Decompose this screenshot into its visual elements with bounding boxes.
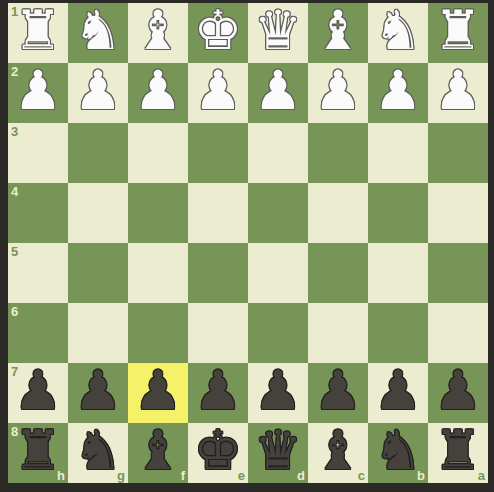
white-rook-h1[interactable]: ♜ [14, 4, 62, 58]
square-h8[interactable]: ♜8h [8, 423, 68, 483]
rank-label-5: 5 [11, 244, 18, 259]
white-pawn-c2[interactable]: ♟ [314, 64, 362, 118]
square-c7[interactable]: ♟ [308, 363, 368, 423]
black-bishop-f8[interactable]: ♝ [134, 424, 182, 478]
square-g3[interactable] [68, 123, 128, 183]
square-d4[interactable] [248, 183, 308, 243]
square-e7[interactable]: ♟ [188, 363, 248, 423]
black-queen-d8[interactable]: ♛ [254, 424, 302, 478]
square-g8[interactable]: ♞g [68, 423, 128, 483]
square-f2[interactable]: ♟ [128, 63, 188, 123]
square-d8[interactable]: ♛d [248, 423, 308, 483]
black-rook-h8[interactable]: ♜ [14, 424, 62, 478]
black-pawn-h7[interactable]: ♟ [14, 364, 62, 418]
square-d2[interactable]: ♟ [248, 63, 308, 123]
square-a7[interactable]: ♟ [428, 363, 488, 423]
square-d6[interactable] [248, 303, 308, 363]
black-knight-g8[interactable]: ♞ [74, 424, 122, 478]
square-a4[interactable] [428, 183, 488, 243]
white-pawn-e2[interactable]: ♟ [194, 64, 242, 118]
square-h1[interactable]: ♜1 [8, 3, 68, 63]
square-g5[interactable] [68, 243, 128, 303]
white-bishop-c1[interactable]: ♝ [314, 4, 362, 58]
black-pawn-g7[interactable]: ♟ [74, 364, 122, 418]
square-f6[interactable] [128, 303, 188, 363]
square-h4[interactable]: 4 [8, 183, 68, 243]
square-b1[interactable]: ♞ [368, 3, 428, 63]
white-rook-a1[interactable]: ♜ [434, 4, 482, 58]
board-frame: ♜1♞♝♚♛♝♞♜♟2♟♟♟♟♟♟♟3456♟7♟♟♟♟♟♟♟♜8h♞g♝f♚e… [0, 0, 494, 492]
square-h3[interactable]: 3 [8, 123, 68, 183]
square-a6[interactable] [428, 303, 488, 363]
square-a5[interactable] [428, 243, 488, 303]
square-b6[interactable] [368, 303, 428, 363]
square-g6[interactable] [68, 303, 128, 363]
square-f3[interactable] [128, 123, 188, 183]
square-f8[interactable]: ♝f [128, 423, 188, 483]
square-h6[interactable]: 6 [8, 303, 68, 363]
white-pawn-h2[interactable]: ♟ [14, 64, 62, 118]
square-c1[interactable]: ♝ [308, 3, 368, 63]
square-f1[interactable]: ♝ [128, 3, 188, 63]
square-c4[interactable] [308, 183, 368, 243]
white-knight-g1[interactable]: ♞ [74, 4, 122, 58]
black-rook-a8[interactable]: ♜ [434, 424, 482, 478]
white-king-e1[interactable]: ♚ [194, 4, 242, 58]
square-g2[interactable]: ♟ [68, 63, 128, 123]
square-e1[interactable]: ♚ [188, 3, 248, 63]
black-bishop-c8[interactable]: ♝ [314, 424, 362, 478]
square-c6[interactable] [308, 303, 368, 363]
square-a8[interactable]: ♜a [428, 423, 488, 483]
square-h5[interactable]: 5 [8, 243, 68, 303]
square-g7[interactable]: ♟ [68, 363, 128, 423]
square-e3[interactable] [188, 123, 248, 183]
black-pawn-e7[interactable]: ♟ [194, 364, 242, 418]
square-c2[interactable]: ♟ [308, 63, 368, 123]
white-pawn-a2[interactable]: ♟ [434, 64, 482, 118]
square-d7[interactable]: ♟ [248, 363, 308, 423]
square-b3[interactable] [368, 123, 428, 183]
square-e4[interactable] [188, 183, 248, 243]
white-pawn-f2[interactable]: ♟ [134, 64, 182, 118]
white-pawn-b2[interactable]: ♟ [374, 64, 422, 118]
square-c3[interactable] [308, 123, 368, 183]
square-e2[interactable]: ♟ [188, 63, 248, 123]
black-pawn-c7[interactable]: ♟ [314, 364, 362, 418]
white-bishop-f1[interactable]: ♝ [134, 4, 182, 58]
black-pawn-a7[interactable]: ♟ [434, 364, 482, 418]
square-f4[interactable] [128, 183, 188, 243]
square-d1[interactable]: ♛ [248, 3, 308, 63]
square-b7[interactable]: ♟ [368, 363, 428, 423]
white-pawn-g2[interactable]: ♟ [74, 64, 122, 118]
square-g4[interactable] [68, 183, 128, 243]
square-d5[interactable] [248, 243, 308, 303]
square-c5[interactable] [308, 243, 368, 303]
chess-board: ♜1♞♝♚♛♝♞♜♟2♟♟♟♟♟♟♟3456♟7♟♟♟♟♟♟♟♜8h♞g♝f♚e… [8, 3, 488, 483]
rank-label-6: 6 [11, 304, 18, 319]
square-g1[interactable]: ♞ [68, 3, 128, 63]
square-a3[interactable] [428, 123, 488, 183]
black-knight-b8[interactable]: ♞ [374, 424, 422, 478]
black-king-e8[interactable]: ♚ [194, 424, 242, 478]
black-pawn-f7[interactable]: ♟ [134, 364, 182, 418]
white-queen-d1[interactable]: ♛ [254, 4, 302, 58]
rank-label-4: 4 [11, 184, 18, 199]
square-d3[interactable] [248, 123, 308, 183]
square-e8[interactable]: ♚e [188, 423, 248, 483]
white-pawn-d2[interactable]: ♟ [254, 64, 302, 118]
white-knight-b1[interactable]: ♞ [374, 4, 422, 58]
square-h2[interactable]: ♟2 [8, 63, 68, 123]
square-c8[interactable]: ♝c [308, 423, 368, 483]
square-b8[interactable]: ♞b [368, 423, 428, 483]
square-a2[interactable]: ♟ [428, 63, 488, 123]
square-b5[interactable] [368, 243, 428, 303]
square-e5[interactable] [188, 243, 248, 303]
square-f7[interactable]: ♟ [128, 363, 188, 423]
rank-label-3: 3 [11, 124, 18, 139]
black-pawn-b7[interactable]: ♟ [374, 364, 422, 418]
square-e6[interactable] [188, 303, 248, 363]
square-h7[interactable]: ♟7 [8, 363, 68, 423]
black-pawn-d7[interactable]: ♟ [254, 364, 302, 418]
square-b4[interactable] [368, 183, 428, 243]
square-b2[interactable]: ♟ [368, 63, 428, 123]
square-a1[interactable]: ♜ [428, 3, 488, 63]
square-f5[interactable] [128, 243, 188, 303]
